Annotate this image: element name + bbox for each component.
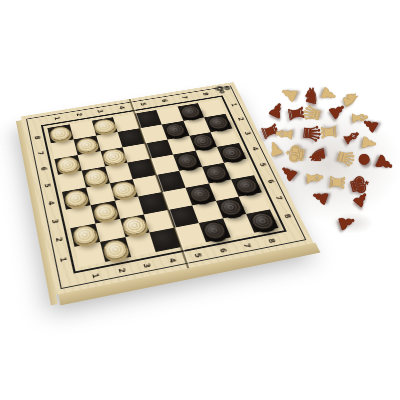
playing-field	[47, 100, 278, 267]
coordinate-label-bottom-4: 4	[167, 257, 176, 263]
coordinate-label-right-5: 5	[258, 162, 267, 167]
coordinate-label-bottom-1: 1	[90, 273, 99, 279]
coordinate-label-right-1: 1	[229, 103, 237, 107]
coordinate-label-top-3: 3	[96, 109, 104, 113]
pile-dark-checker-piece[interactable]: ●	[358, 151, 370, 165]
coordinate-label-right-6: 6	[266, 179, 275, 184]
coordinate-label-right-3: 3	[243, 131, 251, 135]
coordinate-label-left-5: 5	[43, 183, 51, 188]
coordinate-label-left-7: 7	[36, 151, 44, 156]
coordinate-label-bottom-3: 3	[142, 262, 151, 268]
coordinate-label-top-5: 5	[139, 102, 147, 106]
coordinate-label-top-2: 2	[75, 113, 83, 117]
pile-dark-knight-piece[interactable]: ♞	[306, 144, 330, 166]
coordinate-label-bottom-7: 7	[242, 243, 252, 249]
corner-ornament-icon: ❁❁❁	[213, 83, 237, 97]
coordinate-label-right-2: 2	[236, 117, 244, 121]
photo-scene: ❁❁❁ 12345678123456788765432112345678 ♟♞♟…	[0, 0, 400, 400]
coordinate-label-bottom-2: 2	[116, 268, 125, 274]
coordinate-label-left-6: 6	[39, 167, 47, 172]
coordinate-label-left-4: 4	[46, 200, 55, 205]
coordinate-label-bottom-5: 5	[193, 252, 202, 258]
coordinate-label-right-7: 7	[274, 196, 283, 201]
coordinate-label-top-4: 4	[118, 106, 126, 110]
coordinate-label-right-4: 4	[250, 146, 259, 151]
coordinate-label-right-8: 8	[282, 213, 291, 218]
coordinate-label-top-1: 1	[53, 116, 61, 120]
coordinate-label-top-6: 6	[160, 99, 168, 103]
coordinate-label-bottom-8: 8	[266, 238, 276, 244]
pile-light-rook-piece[interactable]: ♜	[318, 122, 339, 142]
ornament-flower-icon: ❁	[218, 90, 226, 95]
coordinate-label-left-2: 2	[54, 237, 63, 243]
coordinate-label-top-8: 8	[201, 92, 209, 96]
coordinate-label-left-3: 3	[50, 218, 59, 224]
coordinate-label-left-1: 1	[58, 257, 67, 263]
coordinate-label-left-8: 8	[33, 135, 41, 140]
coordinate-label-top-7: 7	[181, 95, 189, 99]
coordinate-label-bottom-6: 6	[217, 248, 227, 254]
